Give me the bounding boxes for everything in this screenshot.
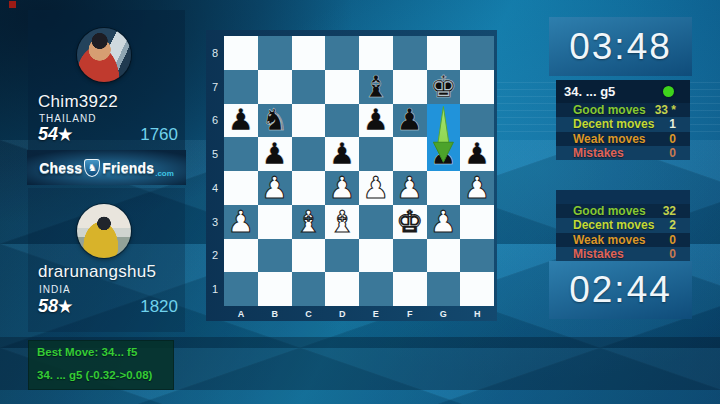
- square-d7[interactable]: [325, 70, 359, 104]
- black-pawn-d5: ♟: [329, 139, 356, 169]
- stat-label: Mistakes: [573, 146, 669, 160]
- player-name-bottom: drarunangshu5: [38, 262, 156, 282]
- white-pawn-d4: ♟: [329, 173, 356, 203]
- square-a4[interactable]: [224, 171, 258, 205]
- square-g4[interactable]: [427, 171, 461, 205]
- file-label-a: A: [224, 306, 258, 321]
- file-labels: ABCDEFGH: [224, 306, 494, 321]
- square-b4[interactable]: ♟: [258, 171, 292, 205]
- square-f3[interactable]: ♚: [393, 205, 427, 239]
- star-count: 58: [38, 296, 58, 316]
- file-label-h: H: [460, 306, 494, 321]
- square-c2[interactable]: [292, 239, 326, 273]
- red-corner-marker: [9, 1, 16, 8]
- white-pawn-h4: ♟: [464, 173, 491, 203]
- move-quality-panel-top: 34. ... g5 Good moves33 *Decent moves1We…: [556, 80, 690, 160]
- square-d4[interactable]: ♟: [325, 171, 359, 205]
- white-pawn-f4: ♟: [396, 173, 423, 203]
- avatar-bottom-player: [77, 204, 131, 258]
- square-a7[interactable]: [224, 70, 258, 104]
- square-g8[interactable]: [427, 36, 461, 70]
- player-name-top: Chim3922: [38, 92, 118, 112]
- chess-board: ♝♚♟♞♟♟♟♟♟♟♟♟♟♟♟♟♝♝♚♟: [224, 36, 494, 306]
- square-d2[interactable]: [325, 239, 359, 273]
- engine-analysis-box: Best Move: 34... f5 34. ... g5 (-0.32->0…: [28, 340, 174, 390]
- rank-labels: 87654321: [206, 36, 224, 306]
- stat-label: Good moves: [573, 103, 655, 117]
- square-b6[interactable]: ♞: [258, 104, 292, 138]
- square-c3[interactable]: ♝: [292, 205, 326, 239]
- black-pawn-h5: ♟: [464, 139, 491, 169]
- square-d3[interactable]: ♝: [325, 205, 359, 239]
- stat-label: Weak moves: [573, 233, 669, 247]
- square-e2[interactable]: [359, 239, 393, 273]
- stats-bottom-row-mistakes: Mistakes0: [556, 247, 690, 261]
- square-f8[interactable]: [393, 36, 427, 70]
- rank-label-7: 7: [206, 70, 224, 104]
- stats-top-row-mistakes: Mistakes0: [556, 146, 690, 160]
- player-rating-top: 1760: [110, 125, 178, 145]
- stats-bottom-row-weak-moves: Weak moves0: [556, 233, 690, 247]
- avatar-top-player: [77, 28, 131, 82]
- logo-text-com: .com: [155, 169, 174, 178]
- stat-value: 32: [663, 204, 676, 218]
- stat-label: Mistakes: [573, 247, 669, 261]
- player-country-bottom: INDIA: [39, 284, 71, 295]
- square-b1[interactable]: [258, 272, 292, 306]
- square-g2[interactable]: [427, 239, 461, 273]
- square-c6[interactable]: [292, 104, 326, 138]
- file-label-c: C: [292, 306, 326, 321]
- file-label-d: D: [325, 306, 359, 321]
- chessfriends-logo: Chess ♞ Friends .com: [27, 150, 186, 185]
- move-quality-panel-bottom: Good moves32Decent moves2Weak moves0Mist…: [556, 190, 690, 261]
- board-area: ♝♚♟♞♟♟♟♟♟♟♟♟♟♟♟♟♝♝♚♟: [224, 36, 494, 306]
- white-pawn-b4: ♟: [261, 173, 288, 203]
- file-label-g: G: [427, 306, 461, 321]
- square-g3[interactable]: ♟: [427, 205, 461, 239]
- black-king-g7: ♚: [430, 72, 457, 102]
- black-bishop-e7: ♝: [362, 72, 389, 102]
- star-icon: ★: [58, 126, 72, 143]
- clock-top-player: 03:48: [549, 17, 692, 76]
- stats-top-row-decent-moves: Decent moves1: [556, 117, 690, 131]
- stat-value: 33 *: [655, 103, 676, 117]
- last-move-label: 34. ... g5: [564, 84, 663, 99]
- square-h5[interactable]: ♟: [460, 137, 494, 171]
- white-king-f3: ♚: [396, 207, 423, 237]
- white-pawn-e4: ♟: [362, 173, 389, 203]
- square-c8[interactable]: [292, 36, 326, 70]
- square-b2[interactable]: [258, 239, 292, 273]
- square-f1[interactable]: [393, 272, 427, 306]
- black-knight-b6: ♞: [261, 105, 288, 135]
- last-move-header: 34. ... g5: [556, 80, 690, 103]
- rank-label-5: 5: [206, 137, 224, 171]
- square-g5[interactable]: ♟: [427, 137, 461, 171]
- square-f5[interactable]: [393, 137, 427, 171]
- square-e4[interactable]: ♟: [359, 171, 393, 205]
- square-c5[interactable]: [292, 137, 326, 171]
- square-h6[interactable]: [460, 104, 494, 138]
- white-bishop-d3: ♝: [329, 207, 356, 237]
- rank-label-3: 3: [206, 205, 224, 239]
- stat-label: Decent moves: [573, 218, 669, 232]
- black-pawn-g5: ♟: [430, 139, 457, 169]
- stats-bottom-row-decent-moves: Decent moves2: [556, 218, 690, 232]
- played-move-eval-text: 34. ... g5 (-0.32->0.08): [37, 369, 152, 381]
- star-count: 54: [38, 124, 58, 144]
- square-e8[interactable]: [359, 36, 393, 70]
- square-g6[interactable]: [427, 104, 461, 138]
- player-stars-bottom: 58★: [38, 296, 72, 317]
- file-label-b: B: [258, 306, 292, 321]
- file-label-f: F: [393, 306, 427, 321]
- square-d6[interactable]: [325, 104, 359, 138]
- clock-bottom-player: 02:44: [549, 261, 692, 319]
- black-pawn-a6: ♟: [227, 105, 254, 135]
- square-c4[interactable]: [292, 171, 326, 205]
- stat-label: Good moves: [573, 204, 663, 218]
- stat-label: Decent moves: [573, 117, 669, 131]
- knight-glyph: ♞: [88, 163, 97, 173]
- rank-label-2: 2: [206, 239, 224, 273]
- square-a6[interactable]: ♟: [224, 104, 258, 138]
- square-e5[interactable]: [359, 137, 393, 171]
- player-country-top: THAILAND: [39, 113, 96, 124]
- square-a8[interactable]: [224, 36, 258, 70]
- square-h2[interactable]: [460, 239, 494, 273]
- stat-label: Weak moves: [573, 132, 669, 146]
- best-move-text: Best Move: 34... f5: [37, 346, 137, 358]
- black-pawn-b5: ♟: [261, 139, 288, 169]
- rank-label-4: 4: [206, 171, 224, 205]
- square-c7[interactable]: [292, 70, 326, 104]
- white-pawn-g3: ♟: [430, 207, 457, 237]
- square-b8[interactable]: [258, 36, 292, 70]
- square-g7[interactable]: ♚: [427, 70, 461, 104]
- board-frame: 87654321 ♝♚♟♞♟♟♟♟♟♟♟♟♟♟♟♟♝♝♚♟ ABCDEFGH: [206, 30, 497, 321]
- player-rating-bottom: 1820: [110, 297, 178, 317]
- square-b3[interactable]: [258, 205, 292, 239]
- square-h3[interactable]: [460, 205, 494, 239]
- square-e1[interactable]: [359, 272, 393, 306]
- square-e6[interactable]: ♟: [359, 104, 393, 138]
- square-e7[interactable]: ♝: [359, 70, 393, 104]
- black-pawn-e6: ♟: [362, 105, 389, 135]
- stat-value: 0: [669, 247, 676, 261]
- stats-bottom-row-good-moves: Good moves32: [556, 204, 690, 218]
- rank-label-8: 8: [206, 36, 224, 70]
- rank-label-1: 1: [206, 272, 224, 306]
- square-d5[interactable]: ♟: [325, 137, 359, 171]
- file-label-e: E: [359, 306, 393, 321]
- player-stars-top: 54★: [38, 124, 72, 145]
- shield-knight-icon: ♞: [84, 159, 100, 177]
- stat-value: 1: [669, 117, 676, 131]
- black-pawn-f6: ♟: [396, 105, 423, 135]
- rank-label-6: 6: [206, 104, 224, 138]
- square-f6[interactable]: ♟: [393, 104, 427, 138]
- stats-rows-top: Good moves33 *Decent moves1Weak moves0Mi…: [556, 103, 690, 160]
- square-f4[interactable]: ♟: [393, 171, 427, 205]
- square-a2[interactable]: [224, 239, 258, 273]
- square-b7[interactable]: [258, 70, 292, 104]
- square-c1[interactable]: [292, 272, 326, 306]
- square-a3[interactable]: ♟: [224, 205, 258, 239]
- white-bishop-c3: ♝: [295, 207, 322, 237]
- square-h4[interactable]: ♟: [460, 171, 494, 205]
- stats-top-row-good-moves: Good moves33 *: [556, 103, 690, 117]
- square-f7[interactable]: [393, 70, 427, 104]
- white-pawn-a3: ♟: [227, 207, 254, 237]
- square-d8[interactable]: [325, 36, 359, 70]
- square-f2[interactable]: [393, 239, 427, 273]
- star-icon: ★: [58, 298, 72, 315]
- stat-value: 0: [669, 233, 676, 247]
- square-e3[interactable]: [359, 205, 393, 239]
- square-h1[interactable]: [460, 272, 494, 306]
- stat-value: 0: [669, 132, 676, 146]
- stats-top-row-weak-moves: Weak moves0: [556, 132, 690, 146]
- move-indicator-dot: [663, 86, 674, 97]
- square-a5[interactable]: [224, 137, 258, 171]
- logo-text-friends: Friends: [102, 160, 154, 176]
- logo-text-chess: Chess: [39, 160, 82, 176]
- app-root: Chim3922 THAILAND 54★ 1760 Chess ♞ Frien…: [0, 0, 720, 404]
- square-h7[interactable]: [460, 70, 494, 104]
- square-g1[interactable]: [427, 272, 461, 306]
- square-b5[interactable]: ♟: [258, 137, 292, 171]
- square-d1[interactable]: [325, 272, 359, 306]
- stat-value: 0: [669, 146, 676, 160]
- square-a1[interactable]: [224, 272, 258, 306]
- stat-value: 2: [669, 218, 676, 232]
- square-h8[interactable]: [460, 36, 494, 70]
- stats-rows-bottom: Good moves32Decent moves2Weak moves0Mist…: [556, 204, 690, 261]
